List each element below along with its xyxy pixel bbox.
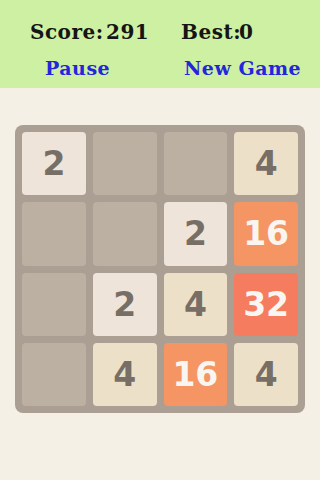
header-bar: Score: 291 Best: 0 Pause New Game (0, 0, 320, 88)
tile-cell: 4 (164, 273, 228, 336)
best-value: 0 (239, 20, 253, 44)
tile-cell (22, 343, 86, 406)
score-label: Score: (30, 20, 104, 44)
tile-cell: 4 (234, 132, 298, 195)
tile-cell: 4 (93, 343, 157, 406)
best-label: Best: (181, 20, 241, 44)
tile-cell: 32 (234, 273, 298, 336)
pause-button[interactable]: Pause (45, 57, 110, 79)
tile-cell: 2 (22, 132, 86, 195)
tile-cell: 4 (234, 343, 298, 406)
score-value: 291 (106, 20, 149, 44)
tile-cell: 16 (164, 343, 228, 406)
tile-cell: 2 (164, 202, 228, 265)
new-game-button[interactable]: New Game (184, 57, 301, 79)
tile-cell (93, 202, 157, 265)
tile-cell: 2 (93, 273, 157, 336)
game-board[interactable]: 2 4 2 16 2 4 32 4 16 4 (15, 125, 305, 413)
tile-cell: 16 (234, 202, 298, 265)
tile-cell (164, 132, 228, 195)
tile-cell (93, 132, 157, 195)
tile-cell (22, 273, 86, 336)
tile-cell (22, 202, 86, 265)
